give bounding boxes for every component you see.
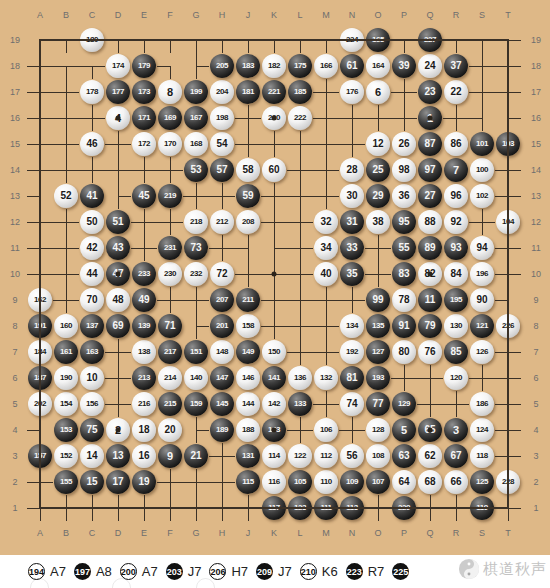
stone-H18: 205 <box>210 54 234 78</box>
coord-label: 18 <box>531 61 541 71</box>
move-number: 196 <box>476 270 488 278</box>
intersection <box>209 495 235 521</box>
move-number: 57 <box>216 165 227 175</box>
coord-label: D <box>115 10 122 20</box>
move-number: 30 <box>346 191 357 201</box>
move-number: 99 <box>372 295 383 305</box>
stone-M18: 166 <box>314 54 338 78</box>
move-number: 230 <box>164 270 176 278</box>
stone-N10: 35 <box>340 262 364 286</box>
move-number: 127 <box>372 348 384 356</box>
coord-label: J <box>246 528 251 538</box>
coord-label: F <box>167 10 173 20</box>
stone-G10: 232 <box>184 262 208 286</box>
intersection <box>209 27 235 53</box>
stone-P2: 64 <box>392 470 416 494</box>
stone-F13: 219 <box>158 184 182 208</box>
intersection <box>27 235 53 261</box>
intersection <box>313 131 339 157</box>
move-number: 54 <box>216 139 227 149</box>
stone-S10: 196 <box>470 262 494 286</box>
move-number: 153 <box>60 426 72 434</box>
stone-J18: 183 <box>236 54 260 78</box>
stone-L1: 123 <box>288 496 312 520</box>
coord-label: 7 <box>12 347 17 357</box>
stone-H15: 54 <box>210 132 234 156</box>
stone-N19: 224 <box>340 28 364 52</box>
stone-E9: 49 <box>132 288 156 312</box>
footer-move: 225 <box>392 563 409 580</box>
move-number: 16 <box>138 451 149 461</box>
coord-label: 19 <box>10 35 20 45</box>
stone-R9: 195 <box>444 288 468 312</box>
coord-label: 8 <box>12 321 17 331</box>
move-number: 56 <box>346 451 357 461</box>
stone-O13: 29 <box>366 184 390 208</box>
stone-S13: 102 <box>470 184 494 208</box>
move-number: 117 <box>268 504 279 512</box>
watermark: 棋道秋声 <box>458 558 547 580</box>
move-number: 22 <box>450 87 461 97</box>
move-number: 24 <box>424 61 435 71</box>
stone-D18: 174 <box>106 54 130 78</box>
coord-label: B <box>63 10 69 20</box>
coord-label: F <box>167 528 173 538</box>
coord-label: 18 <box>10 61 20 71</box>
intersection <box>79 157 105 183</box>
coord-label: P <box>401 528 407 538</box>
stone-K5: 142 <box>262 392 286 416</box>
move-number: 96 <box>450 191 461 201</box>
stone-G6: 140 <box>184 366 208 390</box>
intersection <box>53 157 79 183</box>
move-number: 168 <box>190 140 202 148</box>
footer-move: 203J7 <box>166 563 202 580</box>
intersection <box>495 287 521 313</box>
move-number: 124 <box>476 426 488 434</box>
footer-move-number: 223 <box>346 563 363 580</box>
coord-label: 9 <box>533 295 538 305</box>
move-number: 135 <box>372 322 384 330</box>
move-number: 109 <box>346 478 358 486</box>
watermark-text: 棋道秋声 <box>483 560 547 579</box>
stone-C7: 163 <box>80 340 104 364</box>
footer-move: 194A7 <box>28 563 66 580</box>
stone-J4: 188 <box>236 418 260 442</box>
intersection <box>469 365 495 391</box>
stone-Q14: 97 <box>418 158 442 182</box>
move-number: 64 <box>398 477 409 487</box>
intersection <box>287 417 313 443</box>
stone-H7: 148 <box>210 340 234 364</box>
star-point <box>116 428 121 433</box>
coord-label: 7 <box>533 347 538 357</box>
coord-label: Q <box>426 10 433 20</box>
footer-move: 223R7 <box>346 563 385 580</box>
footer-move: 206H7 <box>209 563 248 580</box>
move-number: 27 <box>424 191 435 201</box>
move-number: 191 <box>34 322 46 330</box>
move-number: 224 <box>346 36 358 44</box>
move-number: 70 <box>86 295 97 305</box>
move-number: 167 <box>190 114 202 122</box>
stone-K18: 182 <box>262 54 286 78</box>
intersection <box>495 183 521 209</box>
intersection <box>391 365 417 391</box>
move-number: 101 <box>476 140 488 148</box>
intersection <box>183 287 209 313</box>
move-number: 195 <box>450 296 462 304</box>
intersection <box>79 495 105 521</box>
move-number: 104 <box>502 218 514 226</box>
move-number: 166 <box>320 62 332 70</box>
intersection <box>53 209 79 235</box>
stone-J3: 131 <box>236 444 260 468</box>
intersection <box>131 27 157 53</box>
footer-move-coordinate: J7 <box>188 564 202 579</box>
intersection <box>365 235 391 261</box>
move-number: 231 <box>164 244 176 252</box>
stone-C13: 41 <box>80 184 104 208</box>
coord-label: E <box>141 10 147 20</box>
footer-move-number: 225 <box>392 563 409 580</box>
star-point <box>428 428 433 433</box>
move-number: 13 <box>112 451 123 461</box>
intersection <box>417 391 443 417</box>
star-point <box>116 272 121 277</box>
coord-label: R <box>453 528 460 538</box>
stone-R12: 92 <box>444 210 468 234</box>
move-number: 193 <box>372 374 384 382</box>
stone-J17: 181 <box>236 80 260 104</box>
coord-label: 4 <box>12 425 17 435</box>
move-number: 181 <box>242 88 254 96</box>
move-number: 8 <box>167 87 173 98</box>
stone-Q12: 88 <box>418 210 442 234</box>
stone-O18: 164 <box>366 54 390 78</box>
stone-O6: 193 <box>366 366 390 390</box>
coord-label: L <box>297 10 302 20</box>
stone-N11: 33 <box>340 236 364 260</box>
stone-N17: 176 <box>340 80 364 104</box>
move-number: 215 <box>164 400 176 408</box>
move-number: 170 <box>164 140 176 148</box>
stone-P9: 78 <box>392 288 416 312</box>
move-number: 142 <box>268 400 280 408</box>
intersection <box>209 183 235 209</box>
intersection <box>261 235 287 261</box>
coord-label: 6 <box>12 373 17 383</box>
move-number: 229 <box>398 504 410 512</box>
intersection <box>183 53 209 79</box>
stone-P14: 98 <box>392 158 416 182</box>
intersection <box>157 495 183 521</box>
intersection <box>27 131 53 157</box>
intersection <box>235 235 261 261</box>
stone-L6: 136 <box>288 366 312 390</box>
intersection <box>287 183 313 209</box>
move-number: 61 <box>346 61 357 71</box>
coord-label: N <box>349 528 356 538</box>
move-number: 131 <box>242 452 254 460</box>
intersection <box>469 79 495 105</box>
footer-move-coordinate: K6 <box>322 564 338 579</box>
stone-C3: 14 <box>80 444 104 468</box>
stone-K3: 114 <box>262 444 286 468</box>
stone-P13: 36 <box>392 184 416 208</box>
intersection <box>495 365 521 391</box>
intersection <box>157 53 183 79</box>
footer-move-coordinate: J7 <box>278 564 292 579</box>
move-number: 156 <box>86 400 98 408</box>
stone-G11: 73 <box>184 236 208 260</box>
move-number: 205 <box>216 62 228 70</box>
move-number: 217 <box>164 348 176 356</box>
stone-K1: 117 <box>262 496 286 520</box>
intersection <box>287 157 313 183</box>
intersection <box>27 261 53 287</box>
move-number: 151 <box>190 348 202 356</box>
stone-C17: 178 <box>80 80 104 104</box>
stone-H16: 198 <box>210 106 234 130</box>
move-number: 186 <box>476 400 488 408</box>
move-number: 189 <box>216 426 228 434</box>
intersection <box>53 261 79 287</box>
stone-C4: 75 <box>80 418 104 442</box>
move-number: 34 <box>320 243 331 253</box>
move-number: 85 <box>450 347 461 357</box>
move-number: 125 <box>476 478 488 486</box>
stone-H12: 212 <box>210 210 234 234</box>
move-number: 83 <box>398 269 409 279</box>
intersection <box>27 27 53 53</box>
move-number: 188 <box>242 426 254 434</box>
stone-C10: 44 <box>80 262 104 286</box>
stone-J6: 146 <box>236 366 260 390</box>
coord-label: 11 <box>531 243 540 253</box>
intersection <box>495 443 521 469</box>
move-number: 49 <box>138 295 149 305</box>
stone-E7: 138 <box>132 340 156 364</box>
stone-G7: 151 <box>184 340 208 364</box>
move-number: 25 <box>372 165 383 175</box>
stone-L17: 185 <box>288 80 312 104</box>
move-number: 185 <box>294 88 306 96</box>
intersection <box>469 27 495 53</box>
stone-M3: 112 <box>314 444 338 468</box>
stone-N18: 61 <box>340 54 364 78</box>
move-number: 122 <box>294 452 306 460</box>
stone-A3: 157 <box>28 444 52 468</box>
move-number: 3 <box>453 425 459 436</box>
move-number: 208 <box>242 218 254 226</box>
intersection <box>469 209 495 235</box>
coord-label: 1 <box>533 503 538 513</box>
stone-F4: 20 <box>158 418 182 442</box>
intersection <box>391 79 417 105</box>
coord-label: T <box>505 10 511 20</box>
coord-label: T <box>505 528 511 538</box>
move-number: 55 <box>398 243 409 253</box>
move-number: 105 <box>294 478 306 486</box>
coord-label: C <box>89 528 96 538</box>
coord-label: A <box>37 528 43 538</box>
move-number: 172 <box>138 140 150 148</box>
stone-Q8: 79 <box>418 314 442 338</box>
stone-H6: 147 <box>210 366 234 390</box>
coord-label: Q <box>426 528 433 538</box>
move-number: 221 <box>268 88 280 96</box>
coord-label: J <box>246 10 251 20</box>
move-number: 177 <box>112 88 124 96</box>
intersection <box>27 495 53 521</box>
move-number: 198 <box>216 114 228 122</box>
stone-E8: 139 <box>132 314 156 338</box>
coord-label: G <box>192 10 199 20</box>
intersection <box>209 235 235 261</box>
footer-move-number: 209 <box>256 563 273 580</box>
intersection <box>79 105 105 131</box>
move-number: 183 <box>242 62 254 70</box>
coord-label: C <box>89 10 96 20</box>
stone-O8: 135 <box>366 314 390 338</box>
coord-label: 8 <box>533 321 538 331</box>
move-number: 39 <box>398 61 409 71</box>
stone-R2: 66 <box>444 470 468 494</box>
intersection <box>235 495 261 521</box>
intersection <box>469 105 495 131</box>
move-number: 141 <box>268 374 280 382</box>
star-point <box>428 116 433 121</box>
move-number: 139 <box>138 322 150 330</box>
intersection <box>53 27 79 53</box>
stone-R8: 130 <box>444 314 468 338</box>
move-number: 159 <box>190 400 202 408</box>
move-number: 23 <box>424 87 435 97</box>
intersection <box>209 469 235 495</box>
stone-P7: 80 <box>392 340 416 364</box>
footer-move-coordinate: A7 <box>50 564 66 579</box>
move-number: 10 <box>86 373 97 383</box>
intersection <box>495 53 521 79</box>
stone-M11: 34 <box>314 236 338 260</box>
stone-Q11: 89 <box>418 236 442 260</box>
intersection <box>391 105 417 131</box>
move-number: 63 <box>398 451 409 461</box>
stone-A9: 162 <box>28 288 52 312</box>
intersection <box>443 391 469 417</box>
move-number: 107 <box>372 478 384 486</box>
coord-label: B <box>63 528 69 538</box>
intersection <box>339 417 365 443</box>
coord-label: 6 <box>533 373 538 383</box>
intersection <box>183 417 209 443</box>
move-number: 146 <box>242 374 254 382</box>
coord-label: 14 <box>10 165 20 175</box>
star-point <box>272 272 277 277</box>
stone-E18: 179 <box>132 54 156 78</box>
stone-Q17: 23 <box>418 80 442 104</box>
intersection <box>261 131 287 157</box>
move-number: 18 <box>138 425 149 435</box>
stone-B8: 160 <box>54 314 78 338</box>
move-number: 91 <box>398 321 409 331</box>
stone-G15: 168 <box>184 132 208 156</box>
coord-label: 16 <box>531 113 541 123</box>
intersection <box>105 339 131 365</box>
intersection <box>287 287 313 313</box>
coord-label: M <box>322 10 330 20</box>
move-number: 137 <box>86 322 98 330</box>
stone-O14: 25 <box>366 158 390 182</box>
stone-S11: 94 <box>470 236 494 260</box>
move-number: 148 <box>216 348 228 356</box>
move-number: 121 <box>476 322 488 330</box>
move-number: 180 <box>86 36 98 44</box>
intersection <box>183 469 209 495</box>
intersection <box>443 105 469 131</box>
stone-D3: 13 <box>106 444 130 468</box>
footer-move-number: 206 <box>209 563 226 580</box>
move-number: 233 <box>138 270 150 278</box>
move-number: 161 <box>60 348 72 356</box>
move-number: 207 <box>216 296 228 304</box>
stone-Q18: 24 <box>418 54 442 78</box>
stone-T12: 104 <box>496 210 520 234</box>
move-number: 42 <box>86 243 97 253</box>
move-number: 119 <box>476 504 487 512</box>
stone-E5: 216 <box>132 392 156 416</box>
coord-label: 2 <box>12 477 17 487</box>
footer-move-number: 210 <box>300 563 317 580</box>
move-number: 111 <box>321 504 332 512</box>
move-number: 41 <box>86 191 97 201</box>
move-number: 163 <box>86 348 98 356</box>
move-number: 219 <box>164 192 176 200</box>
move-number: 69 <box>112 321 123 331</box>
move-number: 199 <box>190 88 202 96</box>
intersection <box>417 365 443 391</box>
intersection <box>287 313 313 339</box>
move-number: 62 <box>424 451 435 461</box>
stone-S14: 100 <box>470 158 494 182</box>
move-number: 28 <box>346 165 357 175</box>
stone-D9: 48 <box>106 288 130 312</box>
intersection <box>261 287 287 313</box>
intersection <box>105 391 131 417</box>
intersection <box>27 105 53 131</box>
move-number: 50 <box>86 217 97 227</box>
intersection <box>105 365 131 391</box>
footer-move: 200A7 <box>120 563 158 580</box>
stone-S8: 121 <box>470 314 494 338</box>
stone-D12: 51 <box>106 210 130 234</box>
stone-P11: 55 <box>392 236 416 260</box>
intersection <box>235 105 261 131</box>
move-number: 9 <box>167 451 173 462</box>
move-number: 29 <box>372 191 383 201</box>
move-number: 162 <box>34 296 46 304</box>
stone-G17: 199 <box>184 80 208 104</box>
stone-N3: 56 <box>340 444 364 468</box>
stone-C19: 180 <box>80 28 104 52</box>
intersection <box>313 79 339 105</box>
stone-M1: 111 <box>314 496 338 520</box>
intersection <box>417 495 443 521</box>
stone-S1: 119 <box>470 496 494 520</box>
stone-M6: 132 <box>314 366 338 390</box>
intersection <box>313 157 339 183</box>
